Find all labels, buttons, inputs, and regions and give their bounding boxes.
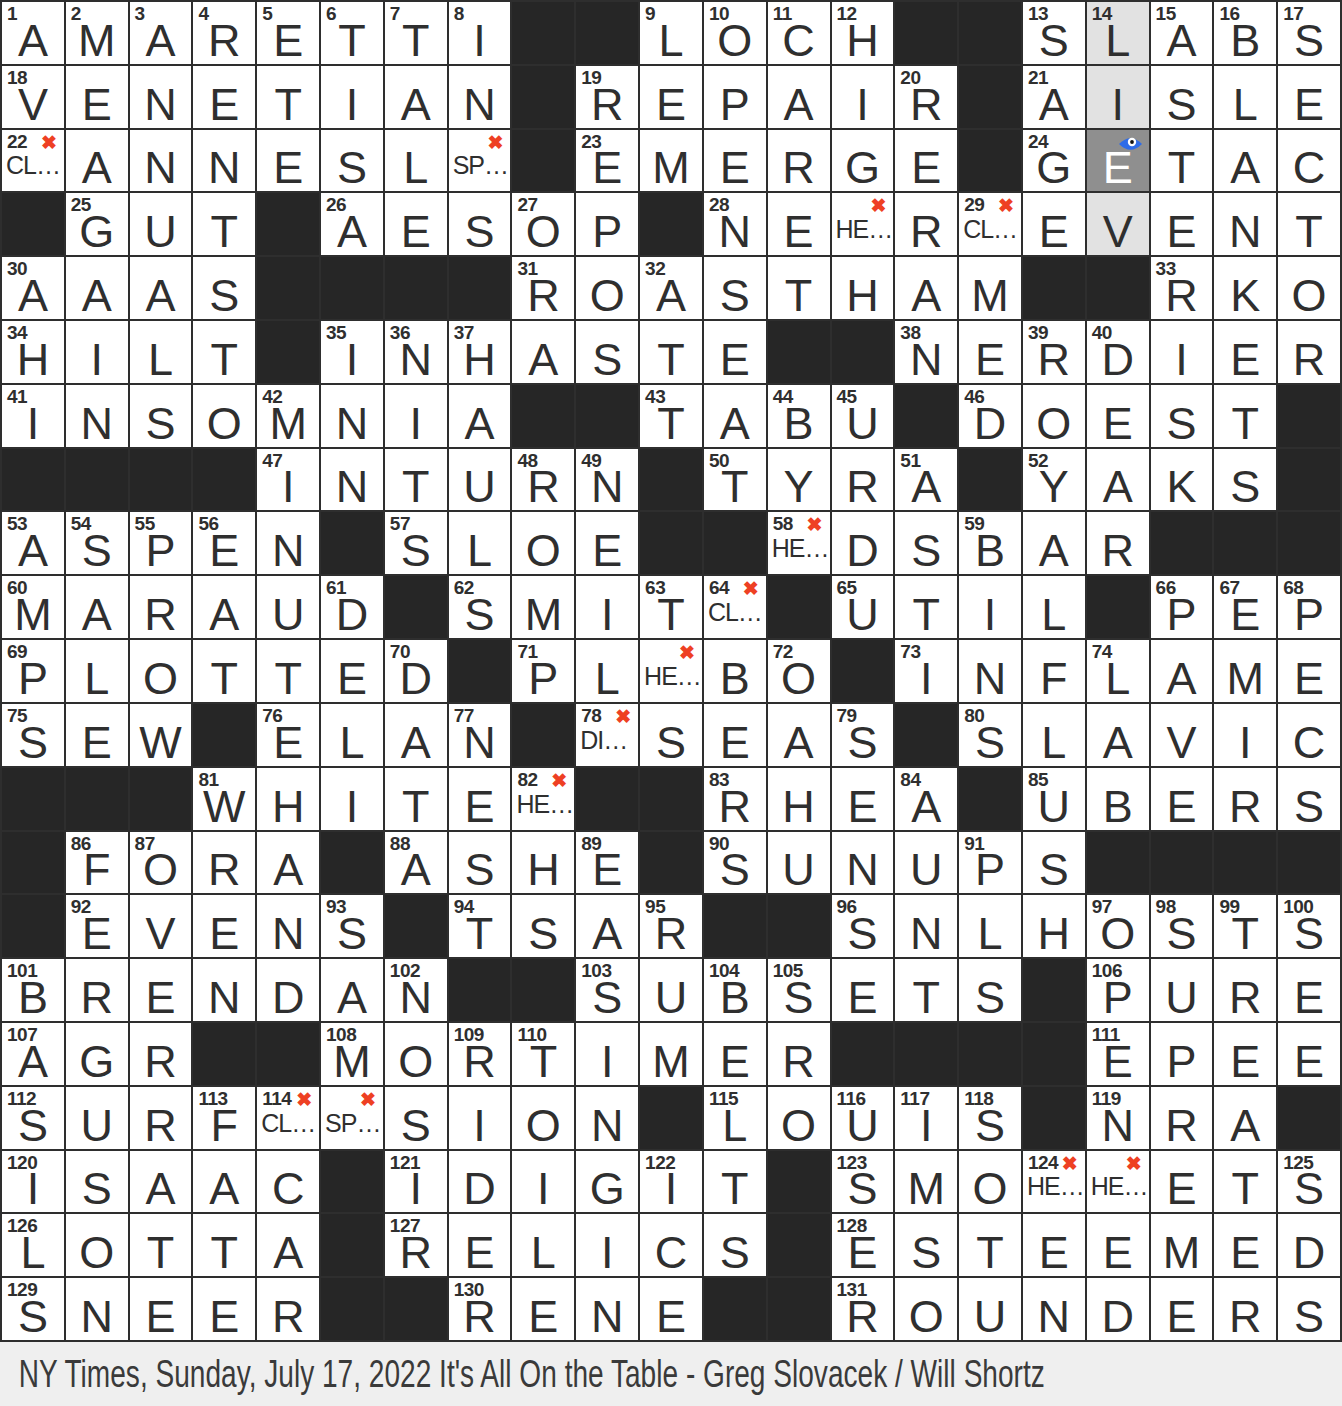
cell-r2c15[interactable]: 20R [895, 66, 957, 128]
cell-r12c16[interactable]: 80S [959, 704, 1021, 766]
cell-r4c7[interactable]: E [385, 193, 447, 255]
cell-r4c4[interactable]: T [193, 193, 255, 255]
cell-r17c21[interactable]: E [1278, 1023, 1340, 1085]
cell-r12c12[interactable]: E [704, 704, 766, 766]
cell-r12c10[interactable]: 78DI…✖ [576, 704, 638, 766]
cell-r11c19[interactable]: A [1151, 640, 1213, 702]
cell-r20c17[interactable]: E [1023, 1214, 1085, 1276]
cell-r9c16[interactable]: 59B [959, 512, 1021, 574]
cell-r4c8[interactable]: S [449, 193, 511, 255]
cell-r12c3[interactable]: W [130, 704, 192, 766]
cell-r5c9[interactable]: 31R [512, 257, 574, 319]
cell-r20c7[interactable]: 127R [385, 1214, 447, 1276]
cell-r21c18[interactable]: D [1087, 1278, 1149, 1340]
cell-r15c2[interactable]: 92E [66, 895, 128, 957]
cell-r1c4[interactable]: 4R [193, 2, 255, 64]
cell-r6c7[interactable]: 36N [385, 321, 447, 383]
cell-r18c7[interactable]: S [385, 1087, 447, 1149]
cell-r5c20[interactable]: K [1214, 257, 1276, 319]
cell-r7c7[interactable]: I [385, 385, 447, 447]
cell-r15c10[interactable]: A [576, 895, 638, 957]
cell-r17c6[interactable]: 108M [321, 1023, 383, 1085]
cell-r15c3[interactable]: V [130, 895, 192, 957]
cell-r11c5[interactable]: T [257, 640, 319, 702]
cell-r16c19[interactable]: U [1151, 959, 1213, 1021]
cell-r21c1[interactable]: 129S [2, 1278, 64, 1340]
cell-r1c8[interactable]: 8I [449, 2, 511, 64]
cell-r6c19[interactable]: I [1151, 321, 1213, 383]
cell-r16c5[interactable]: D [257, 959, 319, 1021]
cell-r11c3[interactable]: O [130, 640, 192, 702]
cell-r3c20[interactable]: A [1214, 130, 1276, 192]
cell-r11c15[interactable]: 73I [895, 640, 957, 702]
cell-r9c4[interactable]: 56E [193, 512, 255, 574]
cell-r11c4[interactable]: T [193, 640, 255, 702]
cell-r20c19[interactable]: M [1151, 1214, 1213, 1276]
cell-r15c6[interactable]: 93S [321, 895, 383, 957]
cell-r4c16[interactable]: 29CL…✖ [959, 193, 1021, 255]
cell-r16c2[interactable]: R [66, 959, 128, 1021]
cell-r4c21[interactable]: T [1278, 193, 1340, 255]
cell-r2c17[interactable]: 21A [1023, 66, 1085, 128]
cell-r8c19[interactable]: K [1151, 449, 1213, 511]
cell-r3c15[interactable]: E [895, 130, 957, 192]
cell-r6c4[interactable]: T [193, 321, 255, 383]
cell-r13c7[interactable]: T [385, 768, 447, 830]
cell-r1c17[interactable]: 13S [1023, 2, 1085, 64]
cell-r21c14[interactable]: 131R [832, 1278, 894, 1340]
cell-r20c5[interactable]: A [257, 1214, 319, 1276]
cell-r10c10[interactable]: I [576, 576, 638, 638]
cell-r9c3[interactable]: 55P [130, 512, 192, 574]
cell-r10c19[interactable]: 66P [1151, 576, 1213, 638]
cell-r21c19[interactable]: E [1151, 1278, 1213, 1340]
cell-r2c1[interactable]: 18V [2, 66, 64, 128]
cell-r3c5[interactable]: E [257, 130, 319, 192]
cell-r4c17[interactable]: E [1023, 193, 1085, 255]
cell-r1c7[interactable]: 7T [385, 2, 447, 64]
cell-r11c11[interactable]: HE…✖ [640, 640, 702, 702]
cell-r11c12[interactable]: B [704, 640, 766, 702]
cell-r9c1[interactable]: 53A [2, 512, 64, 574]
cell-r19c21[interactable]: 125S [1278, 1151, 1340, 1213]
cell-r16c15[interactable]: T [895, 959, 957, 1021]
cell-r13c15[interactable]: 84A [895, 768, 957, 830]
cell-r15c20[interactable]: 99T [1214, 895, 1276, 957]
cell-r19c2[interactable]: S [66, 1151, 128, 1213]
cell-r16c11[interactable]: U [640, 959, 702, 1021]
cell-r14c2[interactable]: 86F [66, 832, 128, 894]
cell-r2c3[interactable]: N [130, 66, 192, 128]
cell-r3c1[interactable]: 22CL…✖ [2, 130, 64, 192]
cell-r20c10[interactable]: I [576, 1214, 638, 1276]
cell-r10c9[interactable]: M [512, 576, 574, 638]
cell-r18c12[interactable]: 115L [704, 1087, 766, 1149]
cell-r14c4[interactable]: R [193, 832, 255, 894]
cell-r10c15[interactable]: T [895, 576, 957, 638]
cell-r12c2[interactable]: E [66, 704, 128, 766]
cell-r15c5[interactable]: N [257, 895, 319, 957]
cell-r10c2[interactable]: A [66, 576, 128, 638]
cell-r13c21[interactable]: S [1278, 768, 1340, 830]
cell-r11c21[interactable]: E [1278, 640, 1340, 702]
cell-r6c10[interactable]: S [576, 321, 638, 383]
cell-r11c16[interactable]: N [959, 640, 1021, 702]
cell-r21c15[interactable]: O [895, 1278, 957, 1340]
cell-r16c21[interactable]: E [1278, 959, 1340, 1021]
cell-r16c6[interactable]: A [321, 959, 383, 1021]
cell-r8c5[interactable]: 47I [257, 449, 319, 511]
cell-r21c2[interactable]: N [66, 1278, 128, 1340]
cell-r5c21[interactable]: O [1278, 257, 1340, 319]
cell-r10c8[interactable]: 62S [449, 576, 511, 638]
cell-r18c6[interactable]: SP…✖ [321, 1087, 383, 1149]
cell-r14c3[interactable]: 87O [130, 832, 192, 894]
cell-r18c1[interactable]: 112S [2, 1087, 64, 1149]
cell-r19c16[interactable]: O [959, 1151, 1021, 1213]
cell-r1c18[interactable]: 14L [1087, 2, 1149, 64]
cell-r21c17[interactable]: N [1023, 1278, 1085, 1340]
cell-r4c13[interactable]: E [768, 193, 830, 255]
cell-r7c8[interactable]: A [449, 385, 511, 447]
cell-r17c7[interactable]: O [385, 1023, 447, 1085]
cell-r17c12[interactable]: E [704, 1023, 766, 1085]
cell-r14c15[interactable]: U [895, 832, 957, 894]
cell-r4c15[interactable]: R [895, 193, 957, 255]
cell-r17c20[interactable]: E [1214, 1023, 1276, 1085]
cell-r7c14[interactable]: 45U [832, 385, 894, 447]
cell-r12c17[interactable]: L [1023, 704, 1085, 766]
cell-r18c16[interactable]: 118S [959, 1087, 1021, 1149]
cell-r21c8[interactable]: 130R [449, 1278, 511, 1340]
cell-r21c3[interactable]: E [130, 1278, 192, 1340]
cell-r13c9[interactable]: 82HE…✖ [512, 768, 574, 830]
cell-r3c17[interactable]: 24G [1023, 130, 1085, 192]
cell-r4c18[interactable]: V [1087, 193, 1149, 255]
cell-r10c20[interactable]: 67E [1214, 576, 1276, 638]
cell-r14c16[interactable]: 91P [959, 832, 1021, 894]
cell-r18c9[interactable]: O [512, 1087, 574, 1149]
cell-r7c13[interactable]: 44B [768, 385, 830, 447]
cell-r7c12[interactable]: A [704, 385, 766, 447]
cell-r17c2[interactable]: G [66, 1023, 128, 1085]
cell-r15c21[interactable]: 100S [1278, 895, 1340, 957]
cell-r2c13[interactable]: A [768, 66, 830, 128]
cell-r20c16[interactable]: T [959, 1214, 1021, 1276]
cell-r5c2[interactable]: A [66, 257, 128, 319]
cell-r5c1[interactable]: 30A [2, 257, 64, 319]
cell-r18c10[interactable]: N [576, 1087, 638, 1149]
cell-r18c15[interactable]: 117I [895, 1087, 957, 1149]
cell-r6c16[interactable]: E [959, 321, 1021, 383]
cell-r21c16[interactable]: U [959, 1278, 1021, 1340]
cell-r20c9[interactable]: L [512, 1214, 574, 1276]
cell-r3c4[interactable]: N [193, 130, 255, 192]
cell-r13c17[interactable]: 85U [1023, 768, 1085, 830]
cell-r21c11[interactable]: E [640, 1278, 702, 1340]
cell-r2c7[interactable]: A [385, 66, 447, 128]
cell-r6c20[interactable]: E [1214, 321, 1276, 383]
cell-r17c19[interactable]: P [1151, 1023, 1213, 1085]
cell-r6c8[interactable]: 37H [449, 321, 511, 383]
cell-r16c20[interactable]: R [1214, 959, 1276, 1021]
cell-r13c12[interactable]: 83R [704, 768, 766, 830]
cell-r11c7[interactable]: 70D [385, 640, 447, 702]
cell-r11c20[interactable]: M [1214, 640, 1276, 702]
cell-r13c20[interactable]: R [1214, 768, 1276, 830]
cell-r9c18[interactable]: R [1087, 512, 1149, 574]
cell-r11c17[interactable]: F [1023, 640, 1085, 702]
cell-r19c9[interactable]: I [512, 1151, 574, 1213]
cell-r15c15[interactable]: N [895, 895, 957, 957]
cell-r14c13[interactable]: U [768, 832, 830, 894]
cell-r8c10[interactable]: 49N [576, 449, 638, 511]
cell-r13c5[interactable]: H [257, 768, 319, 830]
cell-r13c14[interactable]: E [832, 768, 894, 830]
cell-r18c20[interactable]: A [1214, 1087, 1276, 1149]
cell-r4c20[interactable]: N [1214, 193, 1276, 255]
cell-r8c14[interactable]: R [832, 449, 894, 511]
cell-r3c14[interactable]: G [832, 130, 894, 192]
cell-r9c15[interactable]: S [895, 512, 957, 574]
cell-r7c5[interactable]: 42M [257, 385, 319, 447]
cell-r6c2[interactable]: I [66, 321, 128, 383]
cell-r15c19[interactable]: 98S [1151, 895, 1213, 957]
cell-r19c1[interactable]: 120I [2, 1151, 64, 1213]
cell-r19c10[interactable]: G [576, 1151, 638, 1213]
cell-r13c13[interactable]: H [768, 768, 830, 830]
cell-r7c4[interactable]: O [193, 385, 255, 447]
cell-r20c3[interactable]: T [130, 1214, 192, 1276]
cell-r3c11[interactable]: M [640, 130, 702, 192]
cell-r1c14[interactable]: 12H [832, 2, 894, 64]
cell-r20c18[interactable]: E [1087, 1214, 1149, 1276]
cell-r9c5[interactable]: N [257, 512, 319, 574]
cell-r7c19[interactable]: S [1151, 385, 1213, 447]
cell-r15c18[interactable]: 97O [1087, 895, 1149, 957]
cell-r12c7[interactable]: A [385, 704, 447, 766]
cell-r2c19[interactable]: S [1151, 66, 1213, 128]
cell-r11c2[interactable]: L [66, 640, 128, 702]
cell-r7c3[interactable]: S [130, 385, 192, 447]
cell-r6c1[interactable]: 34H [2, 321, 64, 383]
cell-r9c14[interactable]: D [832, 512, 894, 574]
cell-r16c10[interactable]: 103S [576, 959, 638, 1021]
cell-r13c8[interactable]: E [449, 768, 511, 830]
cell-r7c6[interactable]: N [321, 385, 383, 447]
cell-r7c17[interactable]: O [1023, 385, 1085, 447]
cell-r1c21[interactable]: 17S [1278, 2, 1340, 64]
cell-r15c4[interactable]: E [193, 895, 255, 957]
cell-r18c14[interactable]: 116U [832, 1087, 894, 1149]
cell-r20c11[interactable]: C [640, 1214, 702, 1276]
cell-r20c14[interactable]: 128E [832, 1214, 894, 1276]
cell-r1c11[interactable]: 9L [640, 2, 702, 64]
cell-r2c12[interactable]: P [704, 66, 766, 128]
cell-r20c4[interactable]: T [193, 1214, 255, 1276]
cell-r18c4[interactable]: 113F [193, 1087, 255, 1149]
cell-r19c8[interactable]: D [449, 1151, 511, 1213]
cell-r9c10[interactable]: E [576, 512, 638, 574]
cell-r18c3[interactable]: R [130, 1087, 192, 1149]
cell-r19c19[interactable]: E [1151, 1151, 1213, 1213]
cell-r3c18[interactable]: E [1087, 130, 1149, 192]
cell-r17c3[interactable]: R [130, 1023, 192, 1085]
cell-r19c5[interactable]: C [257, 1151, 319, 1213]
cell-r13c18[interactable]: B [1087, 768, 1149, 830]
cell-r12c20[interactable]: I [1214, 704, 1276, 766]
cell-r21c4[interactable]: E [193, 1278, 255, 1340]
cell-r14c10[interactable]: 89E [576, 832, 638, 894]
cell-r10c11[interactable]: 63T [640, 576, 702, 638]
cell-r9c17[interactable]: A [1023, 512, 1085, 574]
cell-r19c14[interactable]: 123S [832, 1151, 894, 1213]
cell-r18c5[interactable]: 114CL…✖ [257, 1087, 319, 1149]
cell-r12c18[interactable]: A [1087, 704, 1149, 766]
cell-r1c13[interactable]: 11C [768, 2, 830, 64]
cell-r8c15[interactable]: 51A [895, 449, 957, 511]
cell-r3c3[interactable]: N [130, 130, 192, 192]
cell-r19c18[interactable]: HE…✖ [1087, 1151, 1149, 1213]
cell-r14c17[interactable]: S [1023, 832, 1085, 894]
cell-r3c12[interactable]: E [704, 130, 766, 192]
cell-r10c21[interactable]: 68P [1278, 576, 1340, 638]
cell-r12c19[interactable]: V [1151, 704, 1213, 766]
cell-r1c2[interactable]: 2M [66, 2, 128, 64]
cell-r19c7[interactable]: 121I [385, 1151, 447, 1213]
cell-r16c7[interactable]: 102N [385, 959, 447, 1021]
cell-r9c2[interactable]: 54S [66, 512, 128, 574]
cell-r6c9[interactable]: A [512, 321, 574, 383]
cell-r10c3[interactable]: R [130, 576, 192, 638]
cell-r10c14[interactable]: 65U [832, 576, 894, 638]
cell-r21c21[interactable]: S [1278, 1278, 1340, 1340]
cell-r2c18[interactable]: I [1087, 66, 1149, 128]
cell-r12c1[interactable]: 75S [2, 704, 64, 766]
cell-r16c18[interactable]: 106P [1087, 959, 1149, 1021]
cell-r2c2[interactable]: E [66, 66, 128, 128]
cell-r8c7[interactable]: T [385, 449, 447, 511]
cell-r11c10[interactable]: L [576, 640, 638, 702]
cell-r11c1[interactable]: 69P [2, 640, 64, 702]
cell-r3c7[interactable]: L [385, 130, 447, 192]
cell-r12c21[interactable]: C [1278, 704, 1340, 766]
cell-r8c6[interactable]: N [321, 449, 383, 511]
cell-r7c1[interactable]: 41I [2, 385, 64, 447]
cell-r2c10[interactable]: 19R [576, 66, 638, 128]
cell-r10c4[interactable]: A [193, 576, 255, 638]
cell-r9c9[interactable]: O [512, 512, 574, 574]
cell-r12c11[interactable]: S [640, 704, 702, 766]
cell-r8c20[interactable]: S [1214, 449, 1276, 511]
cell-r16c3[interactable]: E [130, 959, 192, 1021]
cell-r16c13[interactable]: 105S [768, 959, 830, 1021]
cell-r8c17[interactable]: 52Y [1023, 449, 1085, 511]
cell-r14c14[interactable]: N [832, 832, 894, 894]
cell-r19c3[interactable]: A [130, 1151, 192, 1213]
cell-r12c5[interactable]: 76E [257, 704, 319, 766]
cell-r5c3[interactable]: A [130, 257, 192, 319]
cell-r13c4[interactable]: 81W [193, 768, 255, 830]
cell-r3c21[interactable]: C [1278, 130, 1340, 192]
cell-r2c4[interactable]: E [193, 66, 255, 128]
cell-r7c2[interactable]: N [66, 385, 128, 447]
cell-r8c9[interactable]: 48R [512, 449, 574, 511]
cell-r20c15[interactable]: S [895, 1214, 957, 1276]
cell-r17c11[interactable]: M [640, 1023, 702, 1085]
cell-r7c18[interactable]: E [1087, 385, 1149, 447]
cell-r6c3[interactable]: L [130, 321, 192, 383]
cell-r19c12[interactable]: T [704, 1151, 766, 1213]
cell-r11c6[interactable]: E [321, 640, 383, 702]
cell-r4c3[interactable]: U [130, 193, 192, 255]
cell-r21c20[interactable]: R [1214, 1278, 1276, 1340]
cell-r18c18[interactable]: 119N [1087, 1087, 1149, 1149]
cell-r18c8[interactable]: I [449, 1087, 511, 1149]
cell-r13c19[interactable]: E [1151, 768, 1213, 830]
cell-r16c14[interactable]: E [832, 959, 894, 1021]
cell-r12c8[interactable]: 77N [449, 704, 511, 766]
cell-r6c11[interactable]: T [640, 321, 702, 383]
cell-r9c8[interactable]: L [449, 512, 511, 574]
cell-r14c8[interactable]: S [449, 832, 511, 894]
cell-r16c16[interactable]: S [959, 959, 1021, 1021]
cell-r3c2[interactable]: A [66, 130, 128, 192]
cell-r1c1[interactable]: 1A [2, 2, 64, 64]
cell-r18c19[interactable]: R [1151, 1087, 1213, 1149]
cell-r14c9[interactable]: H [512, 832, 574, 894]
cell-r9c7[interactable]: 57S [385, 512, 447, 574]
cell-r3c13[interactable]: R [768, 130, 830, 192]
cell-r18c2[interactable]: U [66, 1087, 128, 1149]
cell-r15c8[interactable]: 94T [449, 895, 511, 957]
cell-r6c6[interactable]: 35I [321, 321, 383, 383]
cell-r3c8[interactable]: SP…✖ [449, 130, 511, 192]
cell-r1c19[interactable]: 15A [1151, 2, 1213, 64]
cell-r5c4[interactable]: S [193, 257, 255, 319]
cell-r5c19[interactable]: 33R [1151, 257, 1213, 319]
cell-r6c18[interactable]: 40D [1087, 321, 1149, 383]
cell-r4c6[interactable]: 26A [321, 193, 383, 255]
cell-r16c12[interactable]: 104B [704, 959, 766, 1021]
cell-r4c14[interactable]: HE…✖ [832, 193, 894, 255]
cell-r18c13[interactable]: O [768, 1087, 830, 1149]
cell-r5c10[interactable]: O [576, 257, 638, 319]
cell-r6c17[interactable]: 39R [1023, 321, 1085, 383]
cell-r10c6[interactable]: 61D [321, 576, 383, 638]
cell-r9c13[interactable]: 58HE…✖ [768, 512, 830, 574]
cell-r15c11[interactable]: 95R [640, 895, 702, 957]
cell-r3c10[interactable]: 23E [576, 130, 638, 192]
cell-r14c5[interactable]: A [257, 832, 319, 894]
cell-r6c21[interactable]: R [1278, 321, 1340, 383]
cell-r13c6[interactable]: I [321, 768, 383, 830]
cell-r2c5[interactable]: T [257, 66, 319, 128]
cell-r15c14[interactable]: 96S [832, 895, 894, 957]
cell-r5c16[interactable]: M [959, 257, 1021, 319]
cell-r12c13[interactable]: A [768, 704, 830, 766]
cell-r8c13[interactable]: Y [768, 449, 830, 511]
cell-r21c10[interactable]: N [576, 1278, 638, 1340]
cell-r20c20[interactable]: E [1214, 1214, 1276, 1276]
cell-r2c6[interactable]: I [321, 66, 383, 128]
cell-r19c20[interactable]: T [1214, 1151, 1276, 1213]
cell-r7c11[interactable]: 43T [640, 385, 702, 447]
cell-r10c1[interactable]: 60M [2, 576, 64, 638]
cell-r2c14[interactable]: I [832, 66, 894, 128]
cell-r1c20[interactable]: 16B [1214, 2, 1276, 64]
cell-r5c11[interactable]: 32A [640, 257, 702, 319]
